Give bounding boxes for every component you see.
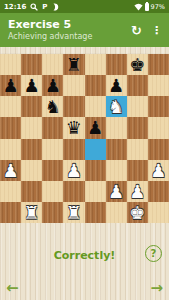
piece-black-pawn[interactable]: ♟	[45, 75, 61, 96]
square-c5[interactable]	[42, 117, 63, 138]
square-b2[interactable]	[21, 181, 42, 202]
square-e1[interactable]	[85, 202, 106, 223]
moon-icon	[51, 2, 59, 11]
result-message: Correctly!	[0, 249, 169, 262]
square-b6[interactable]	[21, 96, 42, 117]
square-a4[interactable]	[0, 139, 21, 160]
square-e3[interactable]	[85, 160, 106, 181]
square-h4[interactable]	[148, 139, 169, 160]
next-arrow-icon[interactable]: →	[150, 281, 163, 296]
search-icon	[30, 2, 38, 11]
overflow-menu-icon[interactable]: ⋮	[148, 25, 165, 36]
square-g8[interactable]: ♚	[127, 54, 148, 75]
page-subtitle: Achieving advantage	[8, 32, 92, 41]
square-c7[interactable]: ♟	[42, 75, 63, 96]
square-d5[interactable]: ♛	[63, 117, 84, 138]
square-g5[interactable]	[127, 117, 148, 138]
square-f3[interactable]	[106, 160, 127, 181]
square-b8[interactable]	[21, 54, 42, 75]
square-d1[interactable]: ♜	[63, 202, 84, 223]
square-d2[interactable]	[63, 181, 84, 202]
board-frame-top	[0, 47, 169, 54]
square-a6[interactable]	[0, 96, 21, 117]
status-bar: 12:16 P 97%	[0, 0, 169, 13]
square-a5[interactable]	[0, 117, 21, 138]
piece-white-pawn[interactable]: ♟	[108, 181, 124, 202]
wifi-icon	[134, 2, 143, 11]
square-f6[interactable]: ♞	[106, 96, 127, 117]
app-header: Exercise 5 Achieving advantage ↻ ⋮	[0, 13, 169, 47]
footer-panel: Correctly! ? ← →	[0, 223, 169, 300]
piece-white-pawn[interactable]: ♟	[66, 160, 82, 181]
square-c8[interactable]	[42, 54, 63, 75]
square-h3[interactable]: ♟	[148, 160, 169, 181]
square-f7[interactable]: ♟	[106, 75, 127, 96]
square-a8[interactable]	[0, 54, 21, 75]
piece-white-rook[interactable]: ♜	[24, 202, 40, 223]
square-f5[interactable]	[106, 117, 127, 138]
square-d6[interactable]	[63, 96, 84, 117]
square-h2[interactable]	[148, 181, 169, 202]
piece-white-pawn[interactable]: ♟	[150, 160, 166, 181]
square-a7[interactable]: ♟	[0, 75, 21, 96]
refresh-icon[interactable]: ↻	[131, 24, 142, 37]
piece-black-king[interactable]: ♚	[129, 54, 145, 75]
square-b3[interactable]	[21, 160, 42, 181]
page-title: Exercise 5	[8, 19, 92, 32]
piece-black-pawn[interactable]: ♟	[87, 117, 103, 138]
app-window: 12:16 P 97% Exercise 5 Achieving advanta…	[0, 0, 169, 300]
piece-white-pawn[interactable]: ♟	[2, 160, 18, 181]
piece-black-pawn[interactable]: ♟	[108, 75, 124, 96]
piece-white-pawn[interactable]: ♟	[129, 181, 145, 202]
square-g4[interactable]	[127, 139, 148, 160]
square-e8[interactable]	[85, 54, 106, 75]
piece-black-pawn[interactable]: ♟	[24, 75, 40, 96]
square-a3[interactable]: ♟	[0, 160, 21, 181]
piece-black-rook[interactable]: ♜	[66, 54, 82, 75]
square-c2[interactable]	[42, 181, 63, 202]
battery-percent: 97%	[151, 3, 165, 11]
square-c1[interactable]	[42, 202, 63, 223]
square-h1[interactable]	[148, 202, 169, 223]
square-h5[interactable]	[148, 117, 169, 138]
square-g6[interactable]	[127, 96, 148, 117]
battery-icon	[145, 3, 149, 11]
piece-white-knight[interactable]: ♞	[108, 96, 124, 117]
square-f8[interactable]	[106, 54, 127, 75]
piece-black-queen[interactable]: ♛	[66, 117, 82, 138]
square-a2[interactable]	[0, 181, 21, 202]
letter-p-icon: P	[42, 2, 47, 11]
square-e2[interactable]	[85, 181, 106, 202]
square-d3[interactable]: ♟	[63, 160, 84, 181]
piece-black-knight[interactable]: ♞	[45, 96, 61, 117]
square-c6[interactable]: ♞	[42, 96, 63, 117]
square-e5[interactable]: ♟	[85, 117, 106, 138]
square-b4[interactable]	[21, 139, 42, 160]
square-e4[interactable]	[85, 139, 106, 160]
square-f1[interactable]	[106, 202, 127, 223]
square-d8[interactable]: ♜	[63, 54, 84, 75]
square-d4[interactable]	[63, 139, 84, 160]
square-e7[interactable]	[85, 75, 106, 96]
previous-arrow-icon[interactable]: ←	[6, 281, 19, 296]
square-f4[interactable]	[106, 139, 127, 160]
piece-black-pawn[interactable]: ♟	[2, 75, 18, 96]
piece-white-rook[interactable]: ♜	[66, 202, 82, 223]
square-g2[interactable]: ♟	[127, 181, 148, 202]
help-button[interactable]: ?	[145, 245, 162, 262]
chess-board: ♜♚♟♟♟♟♞♞♛♟♟♟♟♟♟♜♜♚	[0, 54, 169, 223]
square-h8[interactable]	[148, 54, 169, 75]
square-e6[interactable]	[85, 96, 106, 117]
square-h6[interactable]	[148, 96, 169, 117]
square-d7[interactable]	[63, 75, 84, 96]
square-g1[interactable]: ♚	[127, 202, 148, 223]
square-f2[interactable]: ♟	[106, 181, 127, 202]
square-g3[interactable]	[127, 160, 148, 181]
square-c4[interactable]	[42, 139, 63, 160]
square-g7[interactable]	[127, 75, 148, 96]
square-b5[interactable]	[21, 117, 42, 138]
clock: 12:16	[4, 3, 26, 11]
square-b7[interactable]: ♟	[21, 75, 42, 96]
square-a1[interactable]	[0, 202, 21, 223]
square-h7[interactable]	[148, 75, 169, 96]
square-b1[interactable]: ♜	[21, 202, 42, 223]
square-c3[interactable]	[42, 160, 63, 181]
piece-white-king[interactable]: ♚	[129, 202, 145, 223]
